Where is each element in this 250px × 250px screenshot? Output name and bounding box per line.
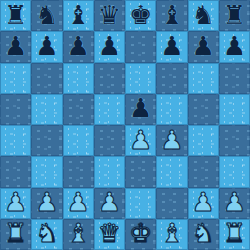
square-c7[interactable]: ♟ <box>63 31 94 62</box>
square-g4[interactable] <box>188 125 219 156</box>
square-h6[interactable] <box>219 63 250 94</box>
piece-black-knight: ♞ <box>191 2 214 28</box>
piece-white-bishop: ♝ <box>66 220 89 246</box>
piece-white-pawn: ♟ <box>160 127 183 153</box>
square-b3[interactable] <box>31 156 62 187</box>
piece-black-rook: ♜ <box>4 2 27 28</box>
square-d5[interactable] <box>94 94 125 125</box>
square-e7[interactable] <box>125 31 156 62</box>
piece-black-knight: ♞ <box>35 2 58 28</box>
piece-white-pawn: ♟ <box>4 189 27 215</box>
piece-white-pawn: ♟ <box>35 189 58 215</box>
square-a7[interactable]: ♟ <box>0 31 31 62</box>
square-f2[interactable] <box>156 188 187 219</box>
piece-black-pawn: ♟ <box>35 33 58 59</box>
square-g6[interactable] <box>188 63 219 94</box>
square-b8[interactable]: ♞ <box>31 0 62 31</box>
piece-black-pawn: ♟ <box>223 33 246 59</box>
square-h2[interactable]: ♟ <box>219 188 250 219</box>
square-e8[interactable]: ♚ <box>125 0 156 31</box>
square-c3[interactable] <box>63 156 94 187</box>
square-c1[interactable]: ♝ <box>63 219 94 250</box>
piece-white-pawn: ♟ <box>66 189 89 215</box>
square-b5[interactable] <box>31 94 62 125</box>
square-g2[interactable]: ♟ <box>188 188 219 219</box>
square-b4[interactable] <box>31 125 62 156</box>
square-f8[interactable]: ♝ <box>156 0 187 31</box>
square-f3[interactable] <box>156 156 187 187</box>
square-g7[interactable]: ♟ <box>188 31 219 62</box>
square-b2[interactable]: ♟ <box>31 188 62 219</box>
square-f1[interactable]: ♝ <box>156 219 187 250</box>
square-a6[interactable] <box>0 63 31 94</box>
square-g8[interactable]: ♞ <box>188 0 219 31</box>
piece-white-pawn: ♟ <box>223 189 246 215</box>
square-h3[interactable] <box>219 156 250 187</box>
square-e2[interactable] <box>125 188 156 219</box>
chess-board: ♜♞♝♛♚♝♞♜♟♟♟♟♟♟♟♟♟♟♟♟♟♟♟♟♜♞♝♛♚♝♞♜ <box>0 0 250 250</box>
square-d2[interactable]: ♟ <box>94 188 125 219</box>
piece-black-queen: ♛ <box>98 2 121 28</box>
square-f7[interactable]: ♟ <box>156 31 187 62</box>
square-h1[interactable]: ♜ <box>219 219 250 250</box>
square-b1[interactable]: ♞ <box>31 219 62 250</box>
square-c8[interactable]: ♝ <box>63 0 94 31</box>
square-e5[interactable]: ♟ <box>125 94 156 125</box>
piece-white-bishop: ♝ <box>160 220 183 246</box>
piece-white-knight: ♞ <box>35 220 58 246</box>
square-d6[interactable] <box>94 63 125 94</box>
square-h4[interactable] <box>219 125 250 156</box>
square-g5[interactable] <box>188 94 219 125</box>
square-a2[interactable]: ♟ <box>0 188 31 219</box>
piece-white-queen: ♛ <box>98 220 121 246</box>
square-a8[interactable]: ♜ <box>0 0 31 31</box>
square-e4[interactable]: ♟ <box>125 125 156 156</box>
square-e1[interactable]: ♚ <box>125 219 156 250</box>
square-d1[interactable]: ♛ <box>94 219 125 250</box>
piece-black-pawn: ♟ <box>129 95 152 121</box>
square-d8[interactable]: ♛ <box>94 0 125 31</box>
piece-black-pawn: ♟ <box>98 33 121 59</box>
piece-black-pawn: ♟ <box>66 33 89 59</box>
square-d7[interactable]: ♟ <box>94 31 125 62</box>
piece-white-pawn: ♟ <box>129 127 152 153</box>
piece-white-king: ♚ <box>129 220 152 246</box>
square-a3[interactable] <box>0 156 31 187</box>
square-e3[interactable] <box>125 156 156 187</box>
piece-black-pawn: ♟ <box>191 33 214 59</box>
square-e6[interactable] <box>125 63 156 94</box>
square-a4[interactable] <box>0 125 31 156</box>
piece-black-pawn: ♟ <box>4 33 27 59</box>
square-c5[interactable] <box>63 94 94 125</box>
piece-black-pawn: ♟ <box>160 33 183 59</box>
square-h7[interactable]: ♟ <box>219 31 250 62</box>
square-a5[interactable] <box>0 94 31 125</box>
square-h5[interactable] <box>219 94 250 125</box>
square-c4[interactable] <box>63 125 94 156</box>
piece-white-pawn: ♟ <box>191 189 214 215</box>
square-h8[interactable]: ♜ <box>219 0 250 31</box>
square-f5[interactable] <box>156 94 187 125</box>
square-a1[interactable]: ♜ <box>0 219 31 250</box>
piece-black-king: ♚ <box>129 2 152 28</box>
square-b6[interactable] <box>31 63 62 94</box>
piece-white-pawn: ♟ <box>98 189 121 215</box>
piece-white-rook: ♜ <box>4 220 27 246</box>
square-d3[interactable] <box>94 156 125 187</box>
piece-white-rook: ♜ <box>223 220 246 246</box>
square-c6[interactable] <box>63 63 94 94</box>
piece-white-knight: ♞ <box>191 220 214 246</box>
piece-black-rook: ♜ <box>223 2 246 28</box>
square-g3[interactable] <box>188 156 219 187</box>
square-b7[interactable]: ♟ <box>31 31 62 62</box>
piece-black-bishop: ♝ <box>66 2 89 28</box>
square-d4[interactable] <box>94 125 125 156</box>
piece-black-bishop: ♝ <box>160 2 183 28</box>
square-g1[interactable]: ♞ <box>188 219 219 250</box>
square-f4[interactable]: ♟ <box>156 125 187 156</box>
square-f6[interactable] <box>156 63 187 94</box>
square-c2[interactable]: ♟ <box>63 188 94 219</box>
